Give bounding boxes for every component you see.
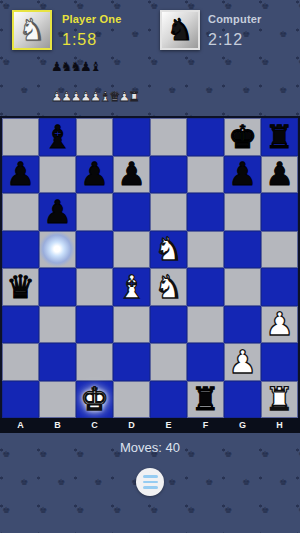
square-f2[interactable] bbox=[187, 343, 224, 381]
sparkle-effect bbox=[39, 231, 75, 267]
square-f4[interactable] bbox=[187, 268, 224, 306]
crown-pattern-icon: ♚ bbox=[94, 478, 102, 487]
white-king-c1[interactable]: ♚ bbox=[80, 383, 109, 415]
black-pawn-g7[interactable]: ♟ bbox=[228, 158, 257, 190]
square-b6[interactable]: ♟ bbox=[39, 193, 76, 231]
square-a3[interactable] bbox=[2, 306, 39, 344]
coord-label-h: H bbox=[261, 418, 298, 433]
crown-pattern-icon: ♚ bbox=[205, 478, 213, 487]
square-c6[interactable] bbox=[76, 193, 113, 231]
square-c5[interactable] bbox=[76, 231, 113, 269]
square-a7[interactable]: ♟ bbox=[2, 156, 39, 194]
square-g4[interactable] bbox=[224, 268, 261, 306]
square-b1[interactable] bbox=[39, 381, 76, 419]
header: ♞ Player One 1:58 ♞ Computer 2:12 ♟♞♞♟♝ … bbox=[0, 0, 300, 110]
square-e4[interactable]: ♞ bbox=[150, 268, 187, 306]
crown-pattern-icon: ♚ bbox=[150, 506, 158, 515]
square-a2[interactable] bbox=[2, 343, 39, 381]
square-h8[interactable]: ♜ bbox=[261, 118, 298, 156]
square-g3[interactable] bbox=[224, 306, 261, 344]
square-g1[interactable] bbox=[224, 381, 261, 419]
square-h4[interactable] bbox=[261, 268, 298, 306]
square-a8[interactable] bbox=[2, 118, 39, 156]
square-b7[interactable] bbox=[39, 156, 76, 194]
crown-pattern-icon: ♚ bbox=[113, 506, 121, 515]
crown-pattern-icon: ♚ bbox=[57, 478, 65, 487]
square-e6[interactable] bbox=[150, 193, 187, 231]
captured-white-piece: ♜ bbox=[128, 89, 140, 104]
square-g6[interactable] bbox=[224, 193, 261, 231]
crown-pattern-icon: ♚ bbox=[2, 506, 10, 515]
player-one-name: Player One bbox=[62, 13, 121, 25]
square-c4[interactable] bbox=[76, 268, 113, 306]
square-h6[interactable] bbox=[261, 193, 298, 231]
captured-white-pieces-tray: ♟♟♟♟♟♝♛♟♜ bbox=[51, 87, 138, 103]
crown-pattern-icon: ♚ bbox=[224, 506, 232, 515]
black-knight-icon: ♞ bbox=[167, 15, 194, 45]
square-e7[interactable] bbox=[150, 156, 187, 194]
square-c1[interactable]: ♚ bbox=[76, 381, 113, 419]
white-rook-h1[interactable]: ♜ bbox=[265, 383, 294, 415]
black-rook-h8[interactable]: ♜ bbox=[265, 121, 294, 153]
coord-label-c: C bbox=[76, 418, 113, 433]
square-b2[interactable] bbox=[39, 343, 76, 381]
coord-label-d: D bbox=[113, 418, 150, 433]
square-e5[interactable]: ♞ bbox=[150, 231, 187, 269]
square-d5[interactable] bbox=[113, 231, 150, 269]
coord-label-g: G bbox=[224, 418, 261, 433]
square-c8[interactable] bbox=[76, 118, 113, 156]
computer-clock: 2:12 bbox=[208, 31, 243, 49]
square-h7[interactable]: ♟ bbox=[261, 156, 298, 194]
square-h3[interactable]: ♟ bbox=[261, 306, 298, 344]
square-g8[interactable]: ♚ bbox=[224, 118, 261, 156]
square-h5[interactable] bbox=[261, 231, 298, 269]
square-f8[interactable] bbox=[187, 118, 224, 156]
menu-button[interactable] bbox=[136, 468, 164, 496]
computer-avatar: ♞ bbox=[160, 10, 200, 50]
coord-label-f: F bbox=[187, 418, 224, 433]
square-c2[interactable] bbox=[76, 343, 113, 381]
move-counter: Moves: 40 bbox=[0, 440, 300, 455]
white-pawn-h3[interactable]: ♟ bbox=[265, 308, 294, 340]
crown-pattern-icon: ♚ bbox=[187, 506, 195, 515]
crown-pattern-icon: ♚ bbox=[76, 506, 84, 515]
white-knight-e5[interactable]: ♞ bbox=[154, 233, 183, 265]
square-b8[interactable]: ♝ bbox=[39, 118, 76, 156]
square-b3[interactable] bbox=[39, 306, 76, 344]
square-e2[interactable] bbox=[150, 343, 187, 381]
coord-label-b: B bbox=[39, 418, 76, 433]
black-queen-a4[interactable]: ♛ bbox=[6, 271, 35, 303]
player-one-clock: 1:58 bbox=[62, 31, 97, 49]
black-king-g8[interactable]: ♚ bbox=[228, 121, 257, 153]
crown-pattern-icon: ♚ bbox=[20, 478, 28, 487]
white-pawn-g2[interactable]: ♟ bbox=[228, 346, 257, 378]
crown-pattern-icon: ♚ bbox=[242, 478, 250, 487]
black-bishop-b8[interactable]: ♝ bbox=[43, 121, 72, 153]
square-d7[interactable]: ♟ bbox=[113, 156, 150, 194]
square-a6[interactable] bbox=[2, 193, 39, 231]
captured-black-piece: ♝ bbox=[90, 59, 102, 74]
coord-label-e: E bbox=[150, 418, 187, 433]
square-e8[interactable] bbox=[150, 118, 187, 156]
square-h2[interactable] bbox=[261, 343, 298, 381]
white-knight-e4[interactable]: ♞ bbox=[154, 271, 183, 303]
square-d6[interactable] bbox=[113, 193, 150, 231]
player-one-avatar: ♞ bbox=[12, 10, 52, 50]
square-f5[interactable] bbox=[187, 231, 224, 269]
square-e3[interactable] bbox=[150, 306, 187, 344]
square-d3[interactable] bbox=[113, 306, 150, 344]
square-h1[interactable]: ♜ bbox=[261, 381, 298, 419]
square-a5[interactable] bbox=[2, 231, 39, 269]
square-f3[interactable] bbox=[187, 306, 224, 344]
square-f7[interactable] bbox=[187, 156, 224, 194]
white-bishop-d4[interactable]: ♝ bbox=[117, 271, 146, 303]
square-b4[interactable] bbox=[39, 268, 76, 306]
square-f1[interactable]: ♜ bbox=[187, 381, 224, 419]
square-g5[interactable] bbox=[224, 231, 261, 269]
crown-pattern-icon: ♚ bbox=[39, 506, 47, 515]
black-pawn-a7[interactable]: ♟ bbox=[6, 158, 35, 190]
square-g2[interactable]: ♟ bbox=[224, 343, 261, 381]
square-d4[interactable]: ♝ bbox=[113, 268, 150, 306]
file-coordinates: ABCDEFGH bbox=[0, 418, 300, 433]
crown-pattern-icon: ♚ bbox=[279, 478, 287, 487]
square-e1[interactable] bbox=[150, 381, 187, 419]
crown-pattern-icon: ♚ bbox=[298, 506, 300, 515]
captured-black-pieces-tray: ♟♞♞♟♝ bbox=[51, 57, 99, 73]
black-pawn-d7[interactable]: ♟ bbox=[117, 158, 146, 190]
black-pawn-b6[interactable]: ♟ bbox=[43, 196, 72, 228]
black-rook-f1[interactable]: ♜ bbox=[191, 383, 220, 415]
square-a1[interactable] bbox=[2, 381, 39, 419]
square-d2[interactable] bbox=[113, 343, 150, 381]
board-grid: ♝♚♜♟♟♟♟♟♟♞♛♝♞♟♟♚♜♜ bbox=[2, 118, 298, 418]
square-d8[interactable] bbox=[113, 118, 150, 156]
square-c3[interactable] bbox=[76, 306, 113, 344]
square-d1[interactable] bbox=[113, 381, 150, 419]
coord-label-a: A bbox=[2, 418, 39, 433]
white-knight-icon: ♞ bbox=[19, 15, 46, 45]
crown-pattern-icon: ♚ bbox=[168, 478, 176, 487]
hamburger-icon bbox=[143, 475, 158, 478]
square-f6[interactable] bbox=[187, 193, 224, 231]
black-pawn-c7[interactable]: ♟ bbox=[80, 158, 109, 190]
black-pawn-h7[interactable]: ♟ bbox=[265, 158, 294, 190]
computer-name: Computer bbox=[208, 13, 262, 25]
square-b5[interactable] bbox=[39, 231, 76, 269]
chess-board: ♝♚♜♟♟♟♟♟♟♞♛♝♞♟♟♚♜♜ bbox=[0, 116, 300, 420]
square-c7[interactable]: ♟ bbox=[76, 156, 113, 194]
square-a4[interactable]: ♛ bbox=[2, 268, 39, 306]
square-g7[interactable]: ♟ bbox=[224, 156, 261, 194]
crown-pattern-icon: ♚ bbox=[261, 506, 269, 515]
